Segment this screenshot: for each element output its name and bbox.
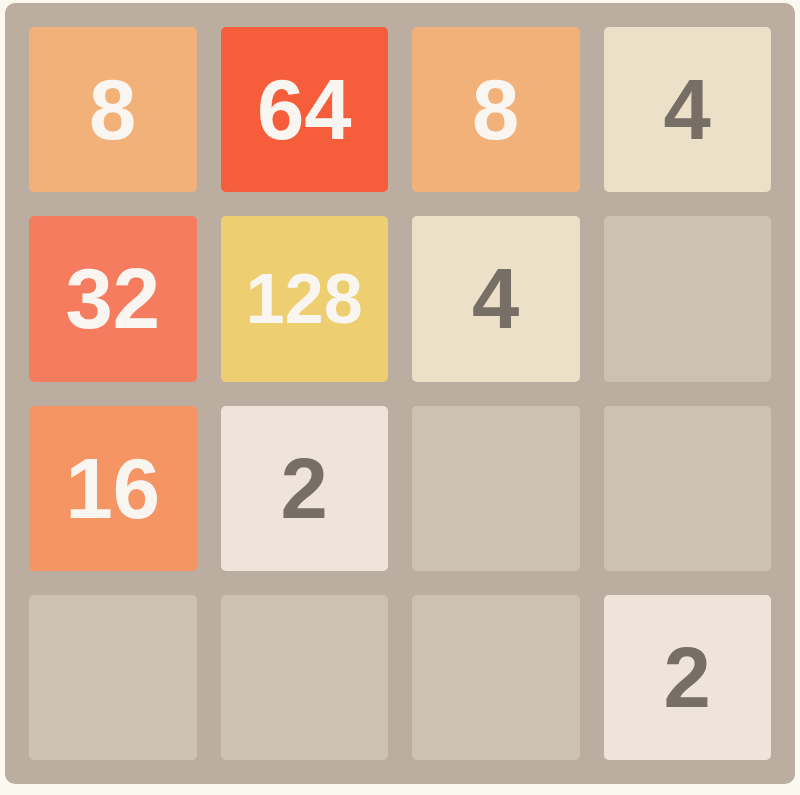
cell-r3c3 [412, 406, 580, 571]
cell-r2c1: 32 [29, 216, 197, 381]
cell-r1c1: 8 [29, 27, 197, 192]
cell-r3c2: 2 [221, 406, 389, 571]
cell-r2c4 [604, 216, 772, 381]
cell-r1c4: 4 [604, 27, 772, 192]
cell-r1c3: 8 [412, 27, 580, 192]
cell-r2c3: 4 [412, 216, 580, 381]
cell-r3c1: 16 [29, 406, 197, 571]
cell-r4c2 [221, 595, 389, 760]
cell-r4c3 [412, 595, 580, 760]
cell-r4c4: 2 [604, 595, 772, 760]
cell-r1c2: 64 [221, 27, 389, 192]
game-board-2048[interactable]: 8 64 8 4 32 128 4 16 2 2 [5, 3, 795, 784]
cell-r3c4 [604, 406, 772, 571]
cell-r4c1 [29, 595, 197, 760]
cell-r2c2: 128 [221, 216, 389, 381]
